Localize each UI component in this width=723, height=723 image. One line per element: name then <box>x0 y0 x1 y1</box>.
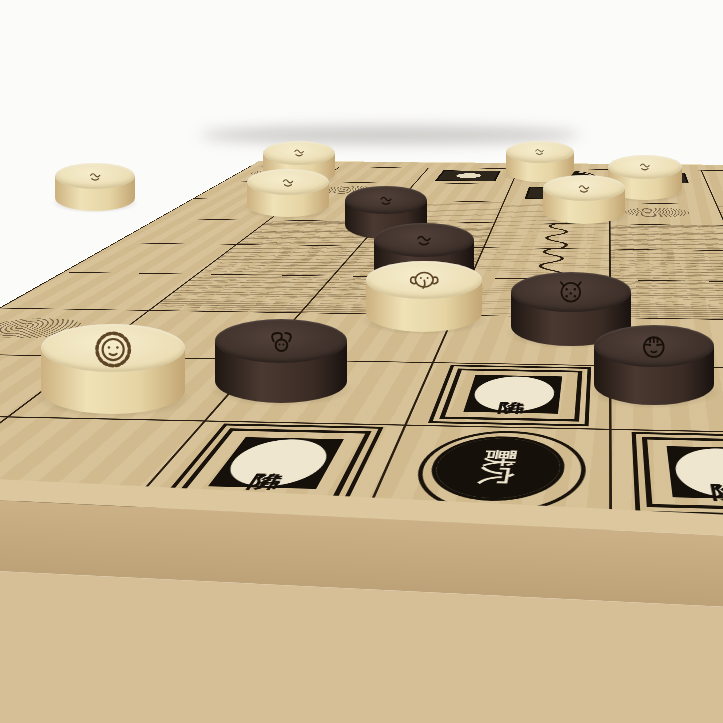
indistinct-engraving-icon <box>256 171 320 194</box>
elephant-engraving-icon <box>379 263 469 296</box>
indistinct-engraving-icon <box>385 225 463 255</box>
ram-engraving-icon <box>230 322 333 361</box>
lion-engraving-icon <box>57 327 169 369</box>
piece-light-lion[interactable] <box>41 324 185 414</box>
piece-light-indistinct[interactable] <box>55 163 135 211</box>
piece-light-indistinct[interactable] <box>543 175 625 224</box>
piece-dark-ram[interactable] <box>215 319 347 403</box>
indistinct-engraving-icon <box>64 165 126 188</box>
tiger-engraving-icon <box>607 328 701 365</box>
indistinct-engraving-icon <box>513 142 566 161</box>
jungle-board-photo-scene: 狼陷阱陷阱獸穴陷阱 <box>0 0 723 723</box>
leopard-engraving-icon <box>524 274 618 309</box>
piece-light-elephant[interactable] <box>366 261 482 332</box>
pieces-layer <box>0 0 723 723</box>
indistinct-engraving-icon <box>354 188 418 213</box>
piece-light-indistinct[interactable] <box>247 169 329 217</box>
indistinct-engraving-icon <box>271 142 327 163</box>
indistinct-engraving-icon <box>552 177 616 200</box>
piece-dark-tiger[interactable] <box>594 325 714 405</box>
